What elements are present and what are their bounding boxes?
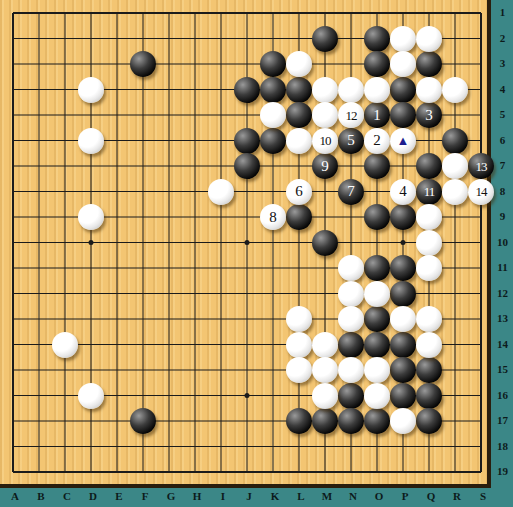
stone-white-Q2[interactable]: [416, 26, 442, 52]
move-number-label: 3: [425, 108, 433, 123]
row-label-1: 1: [492, 6, 513, 18]
stone-white-N13[interactable]: [338, 306, 364, 332]
move-number-label: 9: [321, 159, 329, 174]
row-label-3: 3: [492, 57, 513, 69]
stone-white-Q9[interactable]: [416, 204, 442, 230]
stone-black-L4[interactable]: [286, 77, 312, 103]
column-label-L: L: [291, 490, 311, 502]
column-label-N: N: [343, 490, 363, 502]
stone-black-J6[interactable]: [234, 128, 260, 154]
stone-white-P17[interactable]: [390, 408, 416, 434]
row-label-16: 16: [492, 389, 513, 401]
stone-black-O2[interactable]: [364, 26, 390, 52]
stone-white-M15[interactable]: [312, 357, 338, 383]
stone-black-L17[interactable]: [286, 408, 312, 434]
row-label-14: 14: [492, 338, 513, 350]
stone-black-K6[interactable]: [260, 128, 286, 154]
row-label-11: 11: [492, 261, 513, 273]
column-label-G: G: [161, 490, 181, 502]
stone-black-P11[interactable]: [390, 255, 416, 281]
stone-black-R6[interactable]: [442, 128, 468, 154]
stone-white-O12[interactable]: [364, 281, 390, 307]
stone-black-P4[interactable]: [390, 77, 416, 103]
row-label-7: 7: [492, 159, 513, 171]
stone-black-Q7[interactable]: [416, 153, 442, 179]
stone-black-N8[interactable]: 7: [338, 179, 364, 205]
stone-white-M16[interactable]: [312, 383, 338, 409]
stone-white-D4[interactable]: [78, 77, 104, 103]
stone-black-O7[interactable]: [364, 153, 390, 179]
stone-white-P3[interactable]: [390, 51, 416, 77]
column-label-C: C: [57, 490, 77, 502]
stone-black-P9[interactable]: [390, 204, 416, 230]
stone-white-N12[interactable]: [338, 281, 364, 307]
stone-white-L6[interactable]: [286, 128, 312, 154]
column-label-S: S: [473, 490, 493, 502]
stone-white-Q4[interactable]: [416, 77, 442, 103]
move-number-label: 10: [320, 134, 331, 147]
stone-black-N14[interactable]: [338, 332, 364, 358]
stone-white-L13[interactable]: [286, 306, 312, 332]
row-label-8: 8: [492, 185, 513, 197]
stone-white-P8[interactable]: 4: [390, 179, 416, 205]
stone-white-R8[interactable]: [442, 179, 468, 205]
stone-black-F3[interactable]: [130, 51, 156, 77]
stone-black-P16[interactable]: [390, 383, 416, 409]
stone-black-M17[interactable]: [312, 408, 338, 434]
row-label-12: 12: [492, 287, 513, 299]
stone-black-Q16[interactable]: [416, 383, 442, 409]
row-label-9: 9: [492, 210, 513, 222]
stone-white-P13[interactable]: [390, 306, 416, 332]
stone-white-O15[interactable]: [364, 357, 390, 383]
stone-white-L8[interactable]: 6: [286, 179, 312, 205]
stone-black-O5[interactable]: 1: [364, 102, 390, 128]
column-label-O: O: [369, 490, 389, 502]
stone-white-M14[interactable]: [312, 332, 338, 358]
stone-white-I8[interactable]: [208, 179, 234, 205]
column-label-E: E: [109, 490, 129, 502]
stone-black-O14[interactable]: [364, 332, 390, 358]
move-number-label: 13: [476, 160, 487, 173]
row-label-13: 13: [492, 312, 513, 324]
column-label-P: P: [395, 490, 415, 502]
stone-black-M7[interactable]: 9: [312, 153, 338, 179]
move-number-label: 2: [373, 133, 381, 148]
stone-black-L9[interactable]: [286, 204, 312, 230]
row-label-10: 10: [492, 236, 513, 248]
stone-black-J7[interactable]: [234, 153, 260, 179]
triangle-marker-icon: ▲: [397, 134, 410, 147]
column-label-J: J: [239, 490, 259, 502]
stone-black-Q5[interactable]: 3: [416, 102, 442, 128]
row-label-2: 2: [492, 32, 513, 44]
stone-white-P2[interactable]: [390, 26, 416, 52]
stone-black-M2[interactable]: [312, 26, 338, 52]
column-label-K: K: [265, 490, 285, 502]
stone-black-O11[interactable]: [364, 255, 390, 281]
stone-black-F17[interactable]: [130, 408, 156, 434]
move-number-label: 11: [424, 185, 435, 198]
stone-white-N4[interactable]: [338, 77, 364, 103]
stone-white-C14[interactable]: [52, 332, 78, 358]
stone-white-L14[interactable]: [286, 332, 312, 358]
column-label-F: F: [135, 490, 155, 502]
stone-black-P12[interactable]: [390, 281, 416, 307]
stone-white-K5[interactable]: [260, 102, 286, 128]
stone-black-J4[interactable]: [234, 77, 260, 103]
stones-layer: 13591371112102▲64148: [0, 0, 487, 484]
row-label-4: 4: [492, 83, 513, 95]
stone-white-D9[interactable]: [78, 204, 104, 230]
column-label-Q: Q: [421, 490, 441, 502]
row-label-6: 6: [492, 134, 513, 146]
row-label-15: 15: [492, 363, 513, 375]
stone-white-Q10[interactable]: [416, 230, 442, 256]
stone-black-N17[interactable]: [338, 408, 364, 434]
stone-black-Q8[interactable]: 11: [416, 179, 442, 205]
stone-black-K4[interactable]: [260, 77, 286, 103]
stone-white-Q11[interactable]: [416, 255, 442, 281]
stone-white-O4[interactable]: [364, 77, 390, 103]
stone-white-S8[interactable]: 14: [468, 179, 494, 205]
move-number-label: 5: [347, 133, 355, 148]
column-label-M: M: [317, 490, 337, 502]
stone-black-O9[interactable]: [364, 204, 390, 230]
stone-white-N11[interactable]: [338, 255, 364, 281]
stone-black-P15[interactable]: [390, 357, 416, 383]
stone-black-N6[interactable]: 5: [338, 128, 364, 154]
go-board[interactable]: 13591371112102▲64148: [0, 0, 491, 488]
column-label-D: D: [83, 490, 103, 502]
stone-white-R7[interactable]: [442, 153, 468, 179]
column-label-H: H: [187, 490, 207, 502]
stone-black-O17[interactable]: [364, 408, 390, 434]
stone-white-N5[interactable]: 12: [338, 102, 364, 128]
stone-black-N16[interactable]: [338, 383, 364, 409]
column-label-B: B: [31, 490, 51, 502]
row-label-19: 19: [492, 465, 513, 477]
row-label-5: 5: [492, 108, 513, 120]
move-number-label: 4: [399, 184, 407, 199]
column-label-R: R: [447, 490, 467, 502]
stone-white-Q14[interactable]: [416, 332, 442, 358]
column-label-I: I: [213, 490, 233, 502]
stone-white-L15[interactable]: [286, 357, 312, 383]
move-number-label: 12: [346, 109, 357, 122]
stone-black-Q17[interactable]: [416, 408, 442, 434]
stone-white-M4[interactable]: [312, 77, 338, 103]
stone-white-N15[interactable]: [338, 357, 364, 383]
stone-white-O16[interactable]: [364, 383, 390, 409]
stone-black-K3[interactable]: [260, 51, 286, 77]
move-number-label: 1: [373, 108, 381, 123]
stone-white-O6[interactable]: 2: [364, 128, 390, 154]
stone-black-Q3[interactable]: [416, 51, 442, 77]
row-label-18: 18: [492, 440, 513, 452]
stone-white-L3[interactable]: [286, 51, 312, 77]
go-diagram-screen: 13591371112102▲64148 1234567891011121314…: [0, 0, 513, 507]
row-label-17: 17: [492, 414, 513, 426]
stone-white-K9[interactable]: 8: [260, 204, 286, 230]
stone-black-O3[interactable]: [364, 51, 390, 77]
stone-black-P14[interactable]: [390, 332, 416, 358]
stone-white-D16[interactable]: [78, 383, 104, 409]
stone-black-O13[interactable]: [364, 306, 390, 332]
move-number-label: 14: [476, 185, 487, 198]
move-number-label: 7: [347, 184, 355, 199]
stone-white-R4[interactable]: [442, 77, 468, 103]
move-number-label: 8: [269, 210, 277, 225]
stone-black-L5[interactable]: [286, 102, 312, 128]
stone-white-D6[interactable]: [78, 128, 104, 154]
move-number-label: 6: [295, 184, 303, 199]
column-label-A: A: [5, 490, 25, 502]
stone-black-P5[interactable]: [390, 102, 416, 128]
stone-black-Q15[interactable]: [416, 357, 442, 383]
stone-white-P6[interactable]: ▲: [390, 128, 416, 154]
stone-black-S7[interactable]: 13: [468, 153, 494, 179]
stone-white-Q13[interactable]: [416, 306, 442, 332]
stone-black-M10[interactable]: [312, 230, 338, 256]
stone-white-M6[interactable]: 10: [312, 128, 338, 154]
stone-white-M5[interactable]: [312, 102, 338, 128]
